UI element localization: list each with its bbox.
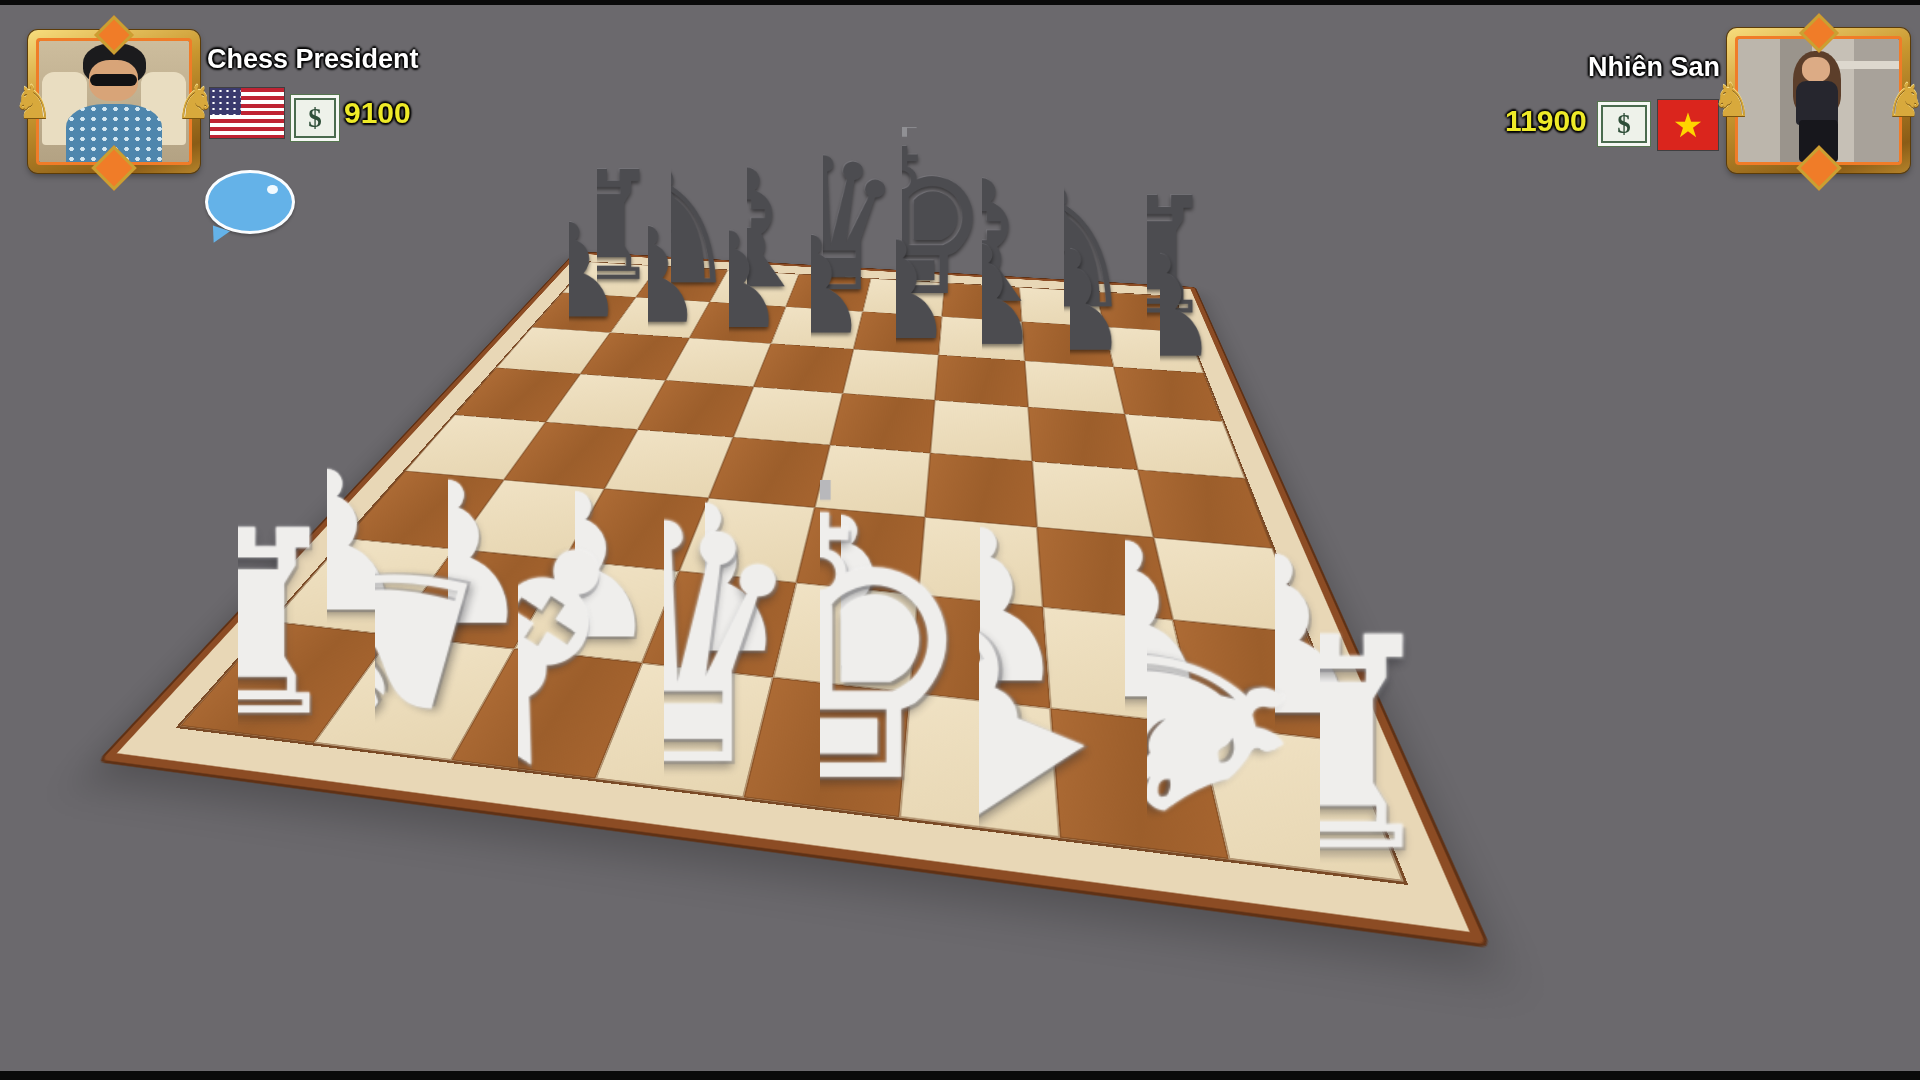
piece-black-pawn-h7[interactable]: ♟ bbox=[1160, 240, 1286, 373]
square-h7[interactable]: ♟ bbox=[1104, 327, 1204, 373]
money-amount-right: 11900 bbox=[1505, 104, 1587, 138]
knight-ornament-icon: ♞ bbox=[12, 79, 53, 125]
bubble-shine bbox=[267, 185, 278, 194]
square-h1[interactable]: ♜ bbox=[1197, 724, 1404, 881]
game-screen: ♜♞♝♛♚♝♞♜♟♟♟♟♟♟♟♟♟♟♟♟♟♟♟♟♜♞♝♛♚♝♞♜ ♞ ♞ Che… bbox=[0, 0, 1920, 1080]
us-flag-canton bbox=[210, 88, 241, 115]
board-grid: ♜♞♝♛♚♝♞♜♟♟♟♟♟♟♟♟♟♟♟♟♟♟♟♟♜♞♝♛♚♝♞♜ bbox=[180, 262, 1403, 881]
piece-glyph: ♟ bbox=[1097, 240, 1223, 373]
photo-detail bbox=[1802, 57, 1829, 82]
avatar-left-player[interactable]: ♞ ♞ bbox=[28, 30, 200, 173]
money-icon: $ bbox=[1597, 101, 1651, 147]
chat-bubble-button[interactable] bbox=[205, 170, 295, 234]
piece-white-rook-h1[interactable]: ♜ bbox=[1320, 607, 1582, 884]
letterbox-bottom bbox=[0, 1071, 1920, 1080]
dollar-symbol: $ bbox=[1617, 111, 1631, 138]
avatar-photo bbox=[39, 41, 189, 162]
photo-detail bbox=[1796, 81, 1838, 125]
piece-glyph: ♜ bbox=[1190, 607, 1452, 884]
us-flag-icon bbox=[210, 88, 284, 138]
avatar-photo bbox=[1738, 39, 1899, 162]
square-h6[interactable] bbox=[1113, 367, 1222, 421]
player-name-left: Chess President bbox=[207, 44, 419, 75]
square-g5[interactable] bbox=[1028, 407, 1137, 470]
square-h5[interactable] bbox=[1124, 414, 1245, 479]
square-a5[interactable] bbox=[455, 368, 580, 422]
letterbox-top bbox=[0, 0, 1920, 5]
avatar-right-player[interactable]: ♞ ♞ bbox=[1727, 28, 1910, 173]
dollar-symbol: $ bbox=[308, 105, 322, 132]
money-icon: $ bbox=[290, 94, 340, 142]
chess-board: ♜♞♝♛♚♝♞♜♟♟♟♟♟♟♟♟♟♟♟♟♟♟♟♟♜♞♝♛♚♝♞♜ bbox=[102, 252, 1486, 944]
star-icon: ★ bbox=[1673, 108, 1703, 142]
vietnam-flag-icon: ★ bbox=[1658, 100, 1718, 150]
player-name-right: Nhiên San bbox=[1530, 52, 1720, 83]
board-scene: ♜♞♝♛♚♝♞♜♟♟♟♟♟♟♟♟♟♟♟♟♟♟♟♟♜♞♝♛♚♝♞♜ bbox=[0, 0, 1920, 1080]
money-amount-left: 9100 bbox=[344, 96, 411, 130]
knight-ornament-icon: ♞ bbox=[1885, 77, 1920, 123]
knight-ornament-icon: ♞ bbox=[1711, 77, 1752, 123]
photo-detail bbox=[90, 74, 137, 86]
